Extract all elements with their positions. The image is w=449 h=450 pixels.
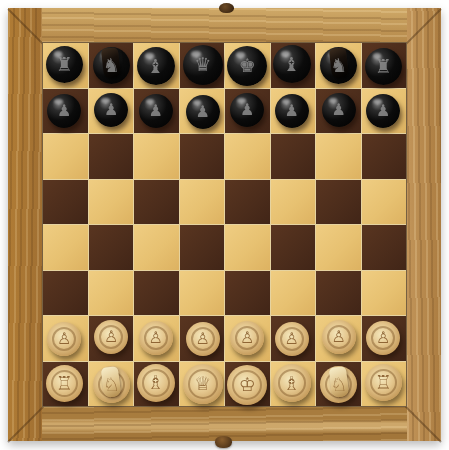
square-c5[interactable] [134, 180, 179, 225]
square-e1[interactable]: ♔ [225, 362, 270, 407]
square-d3[interactable] [180, 271, 225, 316]
square-f4[interactable] [271, 225, 316, 270]
piece-black-bishop[interactable]: ♝ [137, 47, 175, 85]
square-g3[interactable] [316, 271, 361, 316]
piece-glyph: ♟ [240, 102, 254, 118]
square-d5[interactable] [180, 180, 225, 225]
piece-glyph: ♝ [283, 55, 300, 74]
piece-glyph: ♚ [239, 56, 256, 75]
piece-white-pawn[interactable]: ♙ [139, 321, 173, 355]
square-b1[interactable]: ♘ [89, 362, 134, 407]
frame-top-rail [8, 8, 441, 42]
piece-white-pawn[interactable]: ♙ [230, 321, 264, 355]
piece-white-rook[interactable]: ♖ [46, 365, 83, 402]
square-a3[interactable] [43, 271, 88, 316]
piece-black-pawn[interactable]: ♟ [322, 93, 356, 127]
piece-glyph: ♘ [103, 375, 120, 394]
square-c1[interactable]: ♗ [134, 362, 179, 407]
square-c2[interactable]: ♙ [134, 316, 179, 361]
hinge-knob [219, 3, 234, 13]
square-c7[interactable]: ♟ [134, 89, 179, 134]
square-h2[interactable]: ♙ [362, 316, 407, 361]
piece-white-rook[interactable]: ♖ [365, 364, 402, 401]
square-h8[interactable]: ♜ [362, 43, 407, 88]
square-c3[interactable] [134, 271, 179, 316]
piece-glyph: ♘ [330, 375, 347, 394]
square-d2[interactable]: ♙ [180, 316, 225, 361]
piece-black-knight[interactable]: ♞ [93, 47, 130, 84]
piece-glyph: ♟ [149, 103, 163, 119]
square-g6[interactable] [316, 134, 361, 179]
square-h7[interactable]: ♟ [362, 89, 407, 134]
piece-black-pawn[interactable]: ♟ [275, 94, 309, 128]
square-c4[interactable] [134, 225, 179, 270]
square-d7[interactable]: ♟ [180, 89, 225, 134]
square-e8[interactable]: ♚ [225, 43, 270, 88]
square-d1[interactable]: ♕ [180, 362, 225, 407]
square-b8[interactable]: ♞ [89, 43, 134, 88]
piece-glyph: ♙ [332, 329, 346, 345]
piece-black-pawn[interactable]: ♟ [47, 94, 81, 128]
square-b6[interactable] [89, 134, 134, 179]
square-a7[interactable]: ♟ [43, 89, 88, 134]
square-b2[interactable]: ♙ [89, 316, 134, 361]
piece-glyph: ♟ [376, 103, 390, 119]
piece-glyph: ♔ [239, 375, 256, 394]
piece-glyph: ♖ [375, 373, 392, 392]
square-f6[interactable] [271, 134, 316, 179]
piece-glyph: ♙ [104, 329, 118, 345]
square-g2[interactable]: ♙ [316, 316, 361, 361]
piece-glyph: ♗ [283, 374, 300, 393]
square-b3[interactable] [89, 271, 134, 316]
piece-glyph: ♖ [56, 374, 73, 393]
piece-white-king[interactable]: ♔ [227, 365, 267, 405]
square-g5[interactable] [316, 180, 361, 225]
square-f8[interactable]: ♝ [271, 43, 316, 88]
piece-black-pawn[interactable]: ♟ [139, 94, 173, 128]
piece-glyph: ♗ [147, 373, 164, 392]
square-c6[interactable] [134, 134, 179, 179]
piece-glyph: ♟ [332, 102, 346, 118]
piece-white-pawn[interactable]: ♙ [94, 320, 128, 354]
square-h5[interactable] [362, 180, 407, 225]
square-b7[interactable]: ♟ [89, 89, 134, 134]
square-h3[interactable] [362, 271, 407, 316]
square-b5[interactable] [89, 180, 134, 225]
square-d4[interactable] [180, 225, 225, 270]
piece-white-bishop[interactable]: ♗ [273, 364, 311, 402]
square-g1[interactable]: ♘ [316, 362, 361, 407]
piece-black-rook[interactable]: ♜ [46, 46, 83, 83]
square-g7[interactable]: ♟ [316, 89, 361, 134]
piece-glyph: ♙ [376, 330, 390, 346]
square-h1[interactable]: ♖ [362, 362, 407, 407]
square-e4[interactable] [225, 225, 270, 270]
piece-glyph: ♛ [194, 55, 211, 74]
piece-white-pawn[interactable]: ♙ [275, 322, 309, 356]
piece-black-pawn[interactable]: ♟ [230, 93, 264, 127]
piece-glyph: ♕ [194, 374, 211, 393]
square-e5[interactable] [225, 180, 270, 225]
square-g8[interactable]: ♞ [316, 43, 361, 88]
piece-white-pawn[interactable]: ♙ [322, 320, 356, 354]
square-d8[interactable]: ♛ [180, 43, 225, 88]
piece-white-queen[interactable]: ♕ [183, 364, 223, 404]
frame-left-rail [8, 8, 42, 441]
square-f7[interactable]: ♟ [271, 89, 316, 134]
square-e2[interactable]: ♙ [225, 316, 270, 361]
square-f3[interactable] [271, 271, 316, 316]
piece-black-pawn[interactable]: ♟ [94, 93, 128, 127]
piece-black-pawn[interactable]: ♟ [366, 94, 400, 128]
piece-glyph: ♝ [147, 57, 164, 76]
piece-glyph: ♞ [330, 56, 347, 75]
square-e3[interactable] [225, 271, 270, 316]
square-a2[interactable]: ♙ [43, 316, 88, 361]
square-h6[interactable] [362, 134, 407, 179]
piece-white-pawn[interactable]: ♙ [47, 322, 81, 356]
piece-glyph: ♟ [104, 102, 118, 118]
piece-white-pawn[interactable]: ♙ [186, 322, 220, 356]
piece-glyph: ♜ [56, 55, 73, 74]
piece-white-bishop[interactable]: ♗ [137, 364, 175, 402]
square-b4[interactable] [89, 225, 134, 270]
square-a5[interactable] [43, 180, 88, 225]
piece-white-pawn[interactable]: ♙ [366, 321, 400, 355]
piece-glyph: ♞ [103, 56, 120, 75]
square-f1[interactable]: ♗ [271, 362, 316, 407]
piece-glyph: ♟ [285, 103, 299, 119]
square-a4[interactable] [43, 225, 88, 270]
piece-glyph: ♜ [375, 57, 392, 76]
square-e6[interactable] [225, 134, 270, 179]
piece-white-knight[interactable]: ♘ [320, 366, 357, 403]
clasp-knob [215, 436, 232, 448]
piece-black-queen[interactable]: ♛ [183, 45, 223, 85]
piece-glyph: ♙ [57, 331, 71, 347]
square-e7[interactable]: ♟ [225, 89, 270, 134]
piece-black-rook[interactable]: ♜ [365, 48, 402, 85]
piece-glyph: ♙ [240, 330, 254, 346]
square-a8[interactable]: ♜ [43, 43, 88, 88]
square-c8[interactable]: ♝ [134, 43, 179, 88]
piece-black-bishop[interactable]: ♝ [273, 45, 311, 83]
square-f2[interactable]: ♙ [271, 316, 316, 361]
square-a6[interactable] [43, 134, 88, 179]
square-f5[interactable] [271, 180, 316, 225]
piece-glyph: ♟ [196, 104, 210, 120]
board: ♜♞♝♛♚♝♞♜♟♟♟♟♟♟♟♟♙♙♙♙♙♙♙♙♖♘♗♕♔♗♘♖ [42, 42, 407, 407]
square-g4[interactable] [316, 225, 361, 270]
chess-set-photo: ♜♞♝♛♚♝♞♜♟♟♟♟♟♟♟♟♙♙♙♙♙♙♙♙♖♘♗♕♔♗♘♖ [0, 0, 449, 450]
square-d6[interactable] [180, 134, 225, 179]
piece-glyph: ♙ [285, 331, 299, 347]
piece-black-pawn[interactable]: ♟ [186, 95, 220, 129]
piece-white-knight[interactable]: ♘ [93, 366, 130, 403]
frame-right-rail [407, 8, 441, 441]
square-h4[interactable] [362, 225, 407, 270]
piece-glyph: ♙ [196, 331, 210, 347]
square-a1[interactable]: ♖ [43, 362, 88, 407]
piece-glyph: ♙ [149, 330, 163, 346]
piece-black-king[interactable]: ♚ [227, 46, 267, 86]
piece-glyph: ♟ [57, 103, 71, 119]
piece-black-knight[interactable]: ♞ [320, 47, 357, 84]
